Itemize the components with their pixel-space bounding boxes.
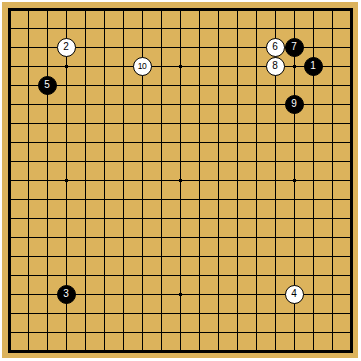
- stone-white-move-10-H16[interactable]: 10: [133, 57, 152, 76]
- go-board-diagram: 12345678910: [0, 0, 361, 361]
- stone-black-move-3-D4[interactable]: 3: [57, 285, 76, 304]
- stone-black-move-9-Q14[interactable]: 9: [285, 95, 304, 114]
- stone-white-move-8-P16[interactable]: 8: [266, 57, 285, 76]
- stone-white-move-4-Q4[interactable]: 4: [285, 285, 304, 304]
- stone-black-move-1-R16[interactable]: 1: [304, 57, 323, 76]
- stone-white-move-6-P17[interactable]: 6: [266, 38, 285, 57]
- stone-white-move-2-D17[interactable]: 2: [57, 38, 76, 57]
- stones-layer: 12345678910: [0, 0, 361, 361]
- stone-black-move-7-Q17[interactable]: 7: [285, 38, 304, 57]
- stone-black-move-5-C15[interactable]: 5: [38, 76, 57, 95]
